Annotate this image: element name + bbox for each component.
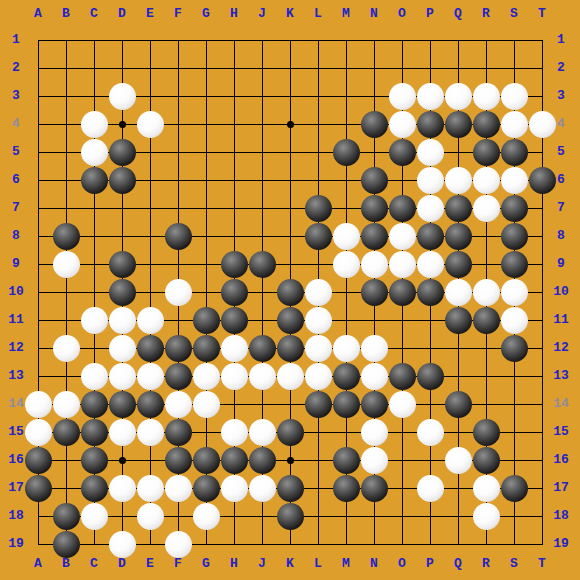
coord-label-left-13: 13 <box>2 367 30 385</box>
coord-label-left-18: 18 <box>2 507 30 525</box>
stone-white-P15 <box>417 419 444 446</box>
stone-white-J13 <box>249 363 276 390</box>
stone-white-H13 <box>221 363 248 390</box>
stone-black-R4 <box>473 111 500 138</box>
stone-white-P5 <box>417 139 444 166</box>
stone-white-D17 <box>109 475 136 502</box>
stone-white-K13 <box>277 363 304 390</box>
coord-label-top-D: D <box>108 5 136 23</box>
coord-label-top-P: P <box>416 5 444 23</box>
stone-white-G18 <box>193 503 220 530</box>
stone-white-E4 <box>137 111 164 138</box>
coord-label-right-1: 1 <box>547 31 575 49</box>
stone-white-F14 <box>165 391 192 418</box>
coord-label-bottom-L: L <box>304 555 332 573</box>
stone-black-M5 <box>333 139 360 166</box>
stone-black-A17 <box>25 475 52 502</box>
stone-black-S8 <box>501 223 528 250</box>
stone-black-Q4 <box>445 111 472 138</box>
coord-label-left-9: 9 <box>2 255 30 273</box>
coord-label-top-G: G <box>192 5 220 23</box>
stone-black-K12 <box>277 335 304 362</box>
hoshi-K16 <box>287 457 294 464</box>
coord-label-left-8: 8 <box>2 227 30 245</box>
stone-white-P9 <box>417 251 444 278</box>
coord-label-right-10: 10 <box>547 283 575 301</box>
coord-label-bottom-S: S <box>500 555 528 573</box>
stone-white-R7 <box>473 195 500 222</box>
stone-black-L7 <box>305 195 332 222</box>
stone-black-F15 <box>165 419 192 446</box>
stone-white-F19 <box>165 531 192 558</box>
coord-label-top-R: R <box>472 5 500 23</box>
stone-white-H17 <box>221 475 248 502</box>
stone-white-Q3 <box>445 83 472 110</box>
coord-label-left-19: 19 <box>2 535 30 553</box>
stone-white-H12 <box>221 335 248 362</box>
stone-black-N4 <box>361 111 388 138</box>
coord-label-bottom-P: P <box>416 555 444 573</box>
stone-black-G11 <box>193 307 220 334</box>
stone-white-M12 <box>333 335 360 362</box>
stone-white-N13 <box>361 363 388 390</box>
stone-black-Q7 <box>445 195 472 222</box>
coord-label-right-9: 9 <box>547 255 575 273</box>
stone-white-B12 <box>53 335 80 362</box>
coord-label-bottom-Q: Q <box>444 555 472 573</box>
coord-label-left-12: 12 <box>2 339 30 357</box>
coord-label-left-3: 3 <box>2 87 30 105</box>
stone-black-E12 <box>137 335 164 362</box>
stone-white-O14 <box>389 391 416 418</box>
coord-label-right-7: 7 <box>547 199 575 217</box>
stone-black-N8 <box>361 223 388 250</box>
coord-label-bottom-E: E <box>136 555 164 573</box>
stone-black-R11 <box>473 307 500 334</box>
stone-black-S12 <box>501 335 528 362</box>
stone-black-G12 <box>193 335 220 362</box>
stone-white-P17 <box>417 475 444 502</box>
stone-white-D15 <box>109 419 136 446</box>
stone-black-B8 <box>53 223 80 250</box>
coord-label-bottom-N: N <box>360 555 388 573</box>
stone-black-N17 <box>361 475 388 502</box>
stone-black-B15 <box>53 419 80 446</box>
stone-black-J12 <box>249 335 276 362</box>
stone-black-D14 <box>109 391 136 418</box>
coord-label-top-F: F <box>164 5 192 23</box>
stone-black-F12 <box>165 335 192 362</box>
stone-white-E13 <box>137 363 164 390</box>
stone-black-G16 <box>193 447 220 474</box>
hoshi-D4 <box>119 121 126 128</box>
coord-label-right-18: 18 <box>547 507 575 525</box>
stone-black-C16 <box>81 447 108 474</box>
hoshi-K4 <box>287 121 294 128</box>
stone-black-Q14 <box>445 391 472 418</box>
coord-label-bottom-A: A <box>24 555 52 573</box>
stone-black-R5 <box>473 139 500 166</box>
coord-label-right-17: 17 <box>547 479 575 497</box>
stone-black-H9 <box>221 251 248 278</box>
coord-label-left-5: 5 <box>2 143 30 161</box>
stone-white-P7 <box>417 195 444 222</box>
stone-white-H15 <box>221 419 248 446</box>
coord-label-left-7: 7 <box>2 199 30 217</box>
stone-black-O7 <box>389 195 416 222</box>
coord-label-top-H: H <box>220 5 248 23</box>
coord-label-right-12: 12 <box>547 339 575 357</box>
stone-black-Q11 <box>445 307 472 334</box>
stone-black-M14 <box>333 391 360 418</box>
stone-black-F13 <box>165 363 192 390</box>
stone-white-R18 <box>473 503 500 530</box>
coord-label-top-O: O <box>388 5 416 23</box>
stone-white-E17 <box>137 475 164 502</box>
stone-black-O5 <box>389 139 416 166</box>
stone-black-S5 <box>501 139 528 166</box>
stone-white-C4 <box>81 111 108 138</box>
stone-white-L10 <box>305 279 332 306</box>
coord-label-left-11: 11 <box>2 311 30 329</box>
stone-black-N6 <box>361 167 388 194</box>
stone-white-C18 <box>81 503 108 530</box>
stone-black-F8 <box>165 223 192 250</box>
coord-label-left-1: 1 <box>2 31 30 49</box>
stone-black-P8 <box>417 223 444 250</box>
coord-label-bottom-D: D <box>108 555 136 573</box>
stone-white-S6 <box>501 167 528 194</box>
stone-black-H16 <box>221 447 248 474</box>
stone-black-J16 <box>249 447 276 474</box>
stone-white-G14 <box>193 391 220 418</box>
stone-black-T6 <box>529 167 556 194</box>
stone-white-D19 <box>109 531 136 558</box>
coord-label-top-A: A <box>24 5 52 23</box>
coord-label-top-L: L <box>304 5 332 23</box>
coord-label-left-6: 6 <box>2 171 30 189</box>
stone-white-S4 <box>501 111 528 138</box>
stone-white-N16 <box>361 447 388 474</box>
stone-white-T4 <box>529 111 556 138</box>
stone-black-M13 <box>333 363 360 390</box>
coord-label-top-N: N <box>360 5 388 23</box>
coord-label-top-M: M <box>332 5 360 23</box>
stone-white-B14 <box>53 391 80 418</box>
stone-white-P3 <box>417 83 444 110</box>
stone-white-B9 <box>53 251 80 278</box>
stone-white-D12 <box>109 335 136 362</box>
stone-black-K11 <box>277 307 304 334</box>
stone-black-P4 <box>417 111 444 138</box>
stone-white-L11 <box>305 307 332 334</box>
stone-black-Q9 <box>445 251 472 278</box>
coord-label-left-10: 10 <box>2 283 30 301</box>
stone-white-D3 <box>109 83 136 110</box>
coord-label-top-K: K <box>276 5 304 23</box>
coord-label-bottom-M: M <box>332 555 360 573</box>
stone-black-D10 <box>109 279 136 306</box>
coord-label-bottom-K: K <box>276 555 304 573</box>
stone-black-N7 <box>361 195 388 222</box>
coord-label-bottom-R: R <box>472 555 500 573</box>
stone-white-F10 <box>165 279 192 306</box>
stone-black-K10 <box>277 279 304 306</box>
stone-white-R6 <box>473 167 500 194</box>
coord-label-right-8: 8 <box>547 227 575 245</box>
stone-white-P6 <box>417 167 444 194</box>
stone-black-D6 <box>109 167 136 194</box>
stone-black-D5 <box>109 139 136 166</box>
coord-label-top-S: S <box>500 5 528 23</box>
stone-white-L12 <box>305 335 332 362</box>
stone-white-Q6 <box>445 167 472 194</box>
stone-white-A14 <box>25 391 52 418</box>
coord-label-bottom-F: F <box>164 555 192 573</box>
stone-black-P10 <box>417 279 444 306</box>
stone-black-C15 <box>81 419 108 446</box>
stone-white-C13 <box>81 363 108 390</box>
stone-black-H11 <box>221 307 248 334</box>
stone-white-O8 <box>389 223 416 250</box>
stone-white-D11 <box>109 307 136 334</box>
coord-label-right-5: 5 <box>547 143 575 161</box>
stone-black-J9 <box>249 251 276 278</box>
stone-white-R17 <box>473 475 500 502</box>
stone-black-R16 <box>473 447 500 474</box>
coord-label-right-2: 2 <box>547 59 575 77</box>
stone-white-S3 <box>501 83 528 110</box>
stone-black-M17 <box>333 475 360 502</box>
coord-label-bottom-H: H <box>220 555 248 573</box>
coord-label-right-14: 14 <box>547 395 575 413</box>
stone-black-B19 <box>53 531 80 558</box>
coord-label-top-B: B <box>52 5 80 23</box>
stone-black-R15 <box>473 419 500 446</box>
coord-label-bottom-T: T <box>528 555 556 573</box>
stone-black-C6 <box>81 167 108 194</box>
stone-black-K18 <box>277 503 304 530</box>
stone-white-J15 <box>249 419 276 446</box>
stone-white-Q10 <box>445 279 472 306</box>
stone-black-S9 <box>501 251 528 278</box>
coord-label-right-13: 13 <box>547 367 575 385</box>
stone-black-S7 <box>501 195 528 222</box>
stone-white-A15 <box>25 419 52 446</box>
stone-black-A16 <box>25 447 52 474</box>
stone-black-E14 <box>137 391 164 418</box>
stone-black-P13 <box>417 363 444 390</box>
coord-label-top-E: E <box>136 5 164 23</box>
stone-black-C17 <box>81 475 108 502</box>
stone-black-L14 <box>305 391 332 418</box>
stone-white-D13 <box>109 363 136 390</box>
stone-white-E18 <box>137 503 164 530</box>
stone-white-Q16 <box>445 447 472 474</box>
stone-black-M16 <box>333 447 360 474</box>
coord-label-top-C: C <box>80 5 108 23</box>
stone-black-O10 <box>389 279 416 306</box>
stone-white-C11 <box>81 307 108 334</box>
coord-label-left-4: 4 <box>2 115 30 133</box>
coord-label-bottom-O: O <box>388 555 416 573</box>
stone-white-L13 <box>305 363 332 390</box>
stone-black-N10 <box>361 279 388 306</box>
stone-white-O4 <box>389 111 416 138</box>
stone-white-N12 <box>361 335 388 362</box>
stone-black-S17 <box>501 475 528 502</box>
stone-white-G13 <box>193 363 220 390</box>
stone-black-O13 <box>389 363 416 390</box>
coord-label-bottom-G: G <box>192 555 220 573</box>
stone-black-G17 <box>193 475 220 502</box>
coord-label-right-11: 11 <box>547 311 575 329</box>
coord-label-right-3: 3 <box>547 87 575 105</box>
stone-black-K15 <box>277 419 304 446</box>
stone-white-O9 <box>389 251 416 278</box>
coord-label-right-16: 16 <box>547 451 575 469</box>
stone-black-Q8 <box>445 223 472 250</box>
stone-black-H10 <box>221 279 248 306</box>
stone-white-E11 <box>137 307 164 334</box>
coord-label-top-T: T <box>528 5 556 23</box>
coord-label-right-15: 15 <box>547 423 575 441</box>
stone-black-B18 <box>53 503 80 530</box>
coord-label-top-Q: Q <box>444 5 472 23</box>
stone-black-F16 <box>165 447 192 474</box>
coord-label-left-2: 2 <box>2 59 30 77</box>
stone-white-O3 <box>389 83 416 110</box>
stone-white-N15 <box>361 419 388 446</box>
stone-white-N9 <box>361 251 388 278</box>
stone-black-K17 <box>277 475 304 502</box>
stone-white-S11 <box>501 307 528 334</box>
stone-black-C14 <box>81 391 108 418</box>
go-board[interactable]: AABBCCDDEEFFGGHHJJKKLLMMNNOOPPQQRRSSTT11… <box>0 0 580 580</box>
stone-black-N14 <box>361 391 388 418</box>
stone-white-S10 <box>501 279 528 306</box>
stone-white-E15 <box>137 419 164 446</box>
coord-label-right-19: 19 <box>547 535 575 553</box>
stone-white-M9 <box>333 251 360 278</box>
stone-white-F17 <box>165 475 192 502</box>
stone-white-M8 <box>333 223 360 250</box>
stone-black-L8 <box>305 223 332 250</box>
coord-label-bottom-J: J <box>248 555 276 573</box>
coord-label-top-J: J <box>248 5 276 23</box>
stone-white-R3 <box>473 83 500 110</box>
coord-label-bottom-C: C <box>80 555 108 573</box>
stone-white-J17 <box>249 475 276 502</box>
coord-label-bottom-B: B <box>52 555 80 573</box>
stone-white-R10 <box>473 279 500 306</box>
stone-black-D9 <box>109 251 136 278</box>
stone-white-C5 <box>81 139 108 166</box>
hoshi-D16 <box>119 457 126 464</box>
